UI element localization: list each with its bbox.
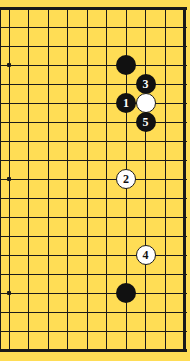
grid-line-vertical [87,7,88,352]
grid-line-horizontal [0,122,187,123]
black-stone-q4[interactable] [116,283,136,303]
grid-line-horizontal [0,103,187,104]
grid-line-vertical [48,7,49,352]
black-stone-move-1-q14[interactable]: 1 [116,93,136,113]
move-number: 5 [143,116,149,128]
star-point-k10-tengen [7,177,11,181]
grid-line-horizontal [0,331,187,332]
grid-line-horizontal [0,84,187,85]
go-board[interactable]: 31524 [0,0,190,361]
grid-line-horizontal [0,274,187,275]
grid-line-vertical [106,7,107,352]
white-stone-move-2-q10[interactable]: 2 [116,169,136,189]
grid-line-horizontal [0,65,187,66]
grid-line-horizontal [0,141,187,142]
grid-line-horizontal [0,160,187,161]
grid-line-horizontal [0,293,187,294]
white-stone-r14[interactable] [136,93,156,113]
black-stone-move-5-r13[interactable]: 5 [136,112,156,132]
grid-line-horizontal [0,198,187,199]
grid-line-vertical [67,7,68,352]
grid-line-horizontal [0,217,187,218]
grid-line-horizontal [0,236,187,237]
board-edge-right [183,7,186,352]
star-point-k4 [7,291,11,295]
grid-line-vertical [165,7,166,352]
move-number: 2 [123,173,129,185]
board-edge-top [0,7,187,10]
grid-line-horizontal [0,27,187,28]
grid-line-horizontal [0,46,187,47]
move-number: 3 [143,78,149,90]
board-edge-bottom [0,349,187,352]
move-number: 4 [143,249,149,261]
white-stone-move-4-r6[interactable]: 4 [136,245,156,265]
black-stone-move-3-r15[interactable]: 3 [136,74,156,94]
grid-line-horizontal [0,312,187,313]
board-cut-edge-left [0,7,1,352]
grid-line-horizontal [0,179,187,180]
star-point-k16 [7,63,11,67]
grid-line-vertical [145,7,146,352]
grid-line-vertical [28,7,29,352]
grid-line-horizontal [0,255,187,256]
black-stone-q16[interactable] [116,55,136,75]
move-number: 1 [123,97,129,109]
